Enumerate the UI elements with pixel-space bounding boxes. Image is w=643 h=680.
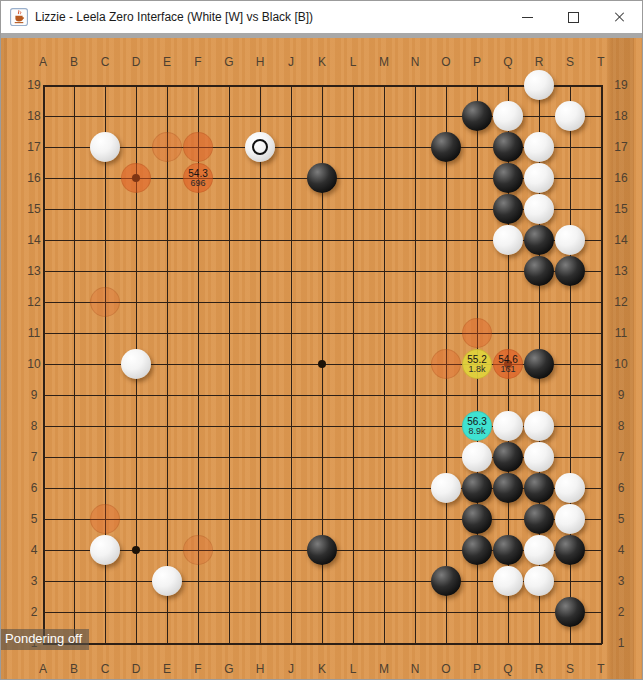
title-bar: Lizzie - Leela Zero Interface (White [W]… [1, 1, 642, 33]
coord-label-bottom: O [441, 662, 450, 676]
visits-value: 8.9k [468, 427, 485, 436]
stone-black-Q17 [493, 132, 523, 162]
coord-label-bottom: L [350, 662, 357, 676]
analysis-move-C5[interactable] [90, 504, 120, 534]
coord-label-top: L [350, 55, 357, 69]
star-point [318, 360, 326, 368]
stone-white-Q8 [493, 411, 523, 441]
coord-label-left: 16 [27, 171, 40, 185]
coord-label-bottom: K [318, 662, 326, 676]
coord-label-top: R [535, 55, 544, 69]
coord-label-bottom: P [473, 662, 481, 676]
coord-label-top: K [318, 55, 326, 69]
coord-label-top: J [288, 55, 294, 69]
coord-label-top: G [224, 55, 233, 69]
stone-black-R6 [524, 473, 554, 503]
stone-white-R17 [524, 132, 554, 162]
analysis-move-F17[interactable] [183, 132, 213, 162]
stone-black-Q4 [493, 535, 523, 565]
analysis-move-F4[interactable] [183, 535, 213, 565]
coord-label-right: 15 [614, 202, 627, 216]
coord-label-left: 2 [31, 605, 38, 619]
java-coffee-cup-icon [10, 8, 28, 26]
grid-line [384, 85, 385, 644]
coord-label-right: 12 [614, 295, 627, 309]
winrate-value: 54.3 [188, 169, 207, 179]
coord-label-left: 8 [31, 419, 38, 433]
coord-label-top: E [163, 55, 171, 69]
stone-white-R15 [524, 194, 554, 224]
coord-label-top: H [256, 55, 265, 69]
stone-white-R8 [524, 411, 554, 441]
coord-label-right: 19 [614, 78, 627, 92]
coord-label-right: 10 [614, 357, 627, 371]
stone-white-Q3 [493, 566, 523, 596]
coord-label-right: 8 [618, 419, 625, 433]
coord-label-left: 4 [31, 543, 38, 557]
stone-white-R19 [524, 70, 554, 100]
coord-label-top: B [70, 55, 78, 69]
stone-white-Q14 [493, 225, 523, 255]
stone-black-K4 [307, 535, 337, 565]
stone-white-H17 [245, 132, 275, 162]
analysis-move-P11[interactable] [462, 318, 492, 348]
grid-line [43, 519, 602, 520]
stone-black-K16 [307, 163, 337, 193]
go-board[interactable]: Pondering off AABBCCDDEEFFGGHHJJKKLLMMNN… [1, 38, 642, 679]
stone-black-O17 [431, 132, 461, 162]
last-move-marker [252, 139, 268, 155]
stone-black-Q6 [493, 473, 523, 503]
coord-label-left: 12 [27, 295, 40, 309]
coord-label-right: 11 [615, 326, 627, 340]
pondering-status: Pondering off [1, 629, 89, 650]
coord-label-left: 3 [31, 574, 38, 588]
stone-black-O3 [431, 566, 461, 596]
coord-label-bottom: N [411, 662, 420, 676]
coord-label-right: 13 [614, 264, 627, 278]
stone-black-P6 [462, 473, 492, 503]
coord-label-right: 17 [614, 140, 627, 154]
coord-label-left: 7 [31, 450, 38, 464]
stone-black-P4 [462, 535, 492, 565]
coord-label-right: 7 [618, 450, 625, 464]
stone-black-R10 [524, 349, 554, 379]
coord-label-bottom: T [597, 662, 604, 676]
coord-label-right: 4 [618, 543, 625, 557]
coord-label-top: P [473, 55, 481, 69]
stone-white-O6 [431, 473, 461, 503]
visits-value: 696 [190, 179, 205, 188]
coord-label-bottom: B [70, 662, 78, 676]
grid-line [43, 643, 602, 645]
coord-label-top: D [132, 55, 141, 69]
analysis-move-O10[interactable] [431, 349, 461, 379]
stone-white-R16 [524, 163, 554, 193]
coord-label-right: 3 [618, 574, 625, 588]
coord-label-right: 5 [618, 512, 625, 526]
analysis-move-P10[interactable]: 55.21.8k [462, 349, 492, 379]
coord-label-bottom: M [379, 662, 389, 676]
coord-label-left: 15 [27, 202, 40, 216]
coord-label-top: T [597, 55, 604, 69]
coord-label-top: S [566, 55, 574, 69]
coord-label-right: 18 [614, 109, 627, 123]
coord-label-top: Q [503, 55, 512, 69]
coord-label-left: 13 [27, 264, 40, 278]
coord-label-left: 19 [27, 78, 40, 92]
stone-black-R14 [524, 225, 554, 255]
coord-label-left: 17 [27, 140, 40, 154]
coord-label-top: M [379, 55, 389, 69]
maximize-button[interactable] [550, 1, 596, 33]
coord-label-left: 10 [27, 357, 40, 371]
grid-line [43, 612, 602, 613]
coord-label-right: 1 [618, 636, 625, 650]
stone-black-Q7 [493, 442, 523, 472]
grid-line [43, 395, 602, 396]
close-icon [613, 11, 625, 23]
coord-label-bottom: F [194, 662, 201, 676]
coord-label-top: O [441, 55, 450, 69]
stone-white-S6 [555, 473, 585, 503]
stone-white-C4 [90, 535, 120, 565]
stone-white-P7 [462, 442, 492, 472]
stone-white-S14 [555, 225, 585, 255]
coord-label-bottom: H [256, 662, 265, 676]
coord-label-top: A [39, 55, 47, 69]
winrate-value: 56.3 [467, 417, 486, 427]
grid-line [415, 85, 416, 644]
coord-label-top: C [101, 55, 110, 69]
star-point [132, 546, 140, 554]
coord-label-bottom: G [224, 662, 233, 676]
coord-label-left: 18 [27, 109, 40, 123]
stone-black-R5 [524, 504, 554, 534]
coord-label-bottom: A [39, 662, 47, 676]
visits-value: 161 [500, 365, 515, 374]
grid-line [601, 85, 603, 644]
stone-white-Q18 [493, 101, 523, 131]
coord-label-right: 2 [618, 605, 625, 619]
coord-label-right: 9 [618, 388, 625, 402]
coord-label-bottom: C [101, 662, 110, 676]
coord-label-left: 9 [31, 388, 38, 402]
coord-label-top: N [411, 55, 420, 69]
minimize-button[interactable] [504, 1, 550, 33]
coord-label-bottom: Q [503, 662, 512, 676]
stone-white-D10 [121, 349, 151, 379]
analysis-move-Q10[interactable]: 54.6161 [493, 349, 523, 379]
stone-black-Q15 [493, 194, 523, 224]
analysis-move-P8[interactable]: 56.38.9k [462, 411, 492, 441]
maximize-icon [568, 12, 579, 23]
coord-label-top: F [194, 55, 201, 69]
coord-label-left: 5 [31, 512, 38, 526]
coord-label-right: 14 [614, 233, 627, 247]
close-button[interactable] [596, 1, 642, 33]
app-window: Lizzie - Leela Zero Interface (White [W]… [0, 0, 643, 680]
coord-label-left: 6 [31, 481, 38, 495]
window-title: Lizzie - Leela Zero Interface (White [W]… [35, 10, 504, 24]
stone-black-R13 [524, 256, 554, 286]
analysis-move-E17[interactable] [152, 132, 182, 162]
stone-white-C17 [90, 132, 120, 162]
coord-label-bottom: D [132, 662, 141, 676]
stone-black-S2 [555, 597, 585, 627]
stone-black-S13 [555, 256, 585, 286]
coord-label-left: 11 [28, 326, 40, 340]
stone-black-P5 [462, 504, 492, 534]
coord-label-bottom: J [288, 662, 294, 676]
stone-black-S4 [555, 535, 585, 565]
analysis-move-F16[interactable]: 54.3696 [183, 163, 213, 193]
coord-label-right: 16 [614, 171, 627, 185]
coord-label-bottom: R [535, 662, 544, 676]
stone-black-P18 [462, 101, 492, 131]
grid-line [353, 85, 354, 644]
analysis-move-D16[interactable] [121, 163, 151, 193]
stone-black-Q16 [493, 163, 523, 193]
analysis-move-C12[interactable] [90, 287, 120, 317]
coord-label-bottom: E [163, 662, 171, 676]
stone-white-R3 [524, 566, 554, 596]
coord-label-right: 6 [618, 481, 625, 495]
minimize-icon [522, 17, 533, 18]
visits-value: 1.8k [468, 365, 485, 374]
stone-white-S18 [555, 101, 585, 131]
winrate-value: 55.2 [467, 355, 486, 365]
winrate-value: 54.6 [498, 355, 517, 365]
stone-white-E3 [152, 566, 182, 596]
coord-label-bottom: S [566, 662, 574, 676]
stone-white-R4 [524, 535, 554, 565]
coord-label-left: 14 [27, 233, 40, 247]
stone-white-R7 [524, 442, 554, 472]
stone-white-S5 [555, 504, 585, 534]
